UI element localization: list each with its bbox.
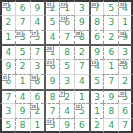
cage-sum-label: 32 [119, 91, 126, 97]
cell-digit: 5 [64, 62, 70, 71]
cell-r7c4[interactable]: 8 [44, 89, 59, 104]
cell-r3c9[interactable]: 189 [118, 30, 133, 45]
cell-digit: 7 [35, 48, 41, 57]
cell-digit: 4 [35, 18, 41, 27]
cell-digit: 4 [50, 33, 56, 42]
cell-digit: 7 [108, 77, 114, 86]
cell-digit: 1 [108, 62, 114, 71]
cell-r7c2[interactable]: 4 [15, 89, 30, 104]
cell-r5c6[interactable]: 7 [74, 59, 89, 74]
cell-digit: 3 [64, 77, 70, 86]
cell-digit: 2 [6, 18, 12, 27]
cell-r3c1[interactable]: 1 [0, 30, 15, 45]
cell-digit: 8 [20, 121, 26, 130]
cell-r9c9[interactable]: 7 [118, 118, 133, 133]
cell-r7c3[interactable]: 6 [30, 89, 45, 104]
cell-r6c3[interactable]: 188 [30, 74, 45, 89]
cage-sum-label: 13 [60, 16, 67, 22]
cell-r7c7[interactable]: 3 [89, 89, 104, 104]
cell-digit: 8 [64, 48, 70, 57]
cell-digit: 9 [20, 107, 26, 116]
cell-r5c9[interactable]: 268 [118, 59, 133, 74]
cage-sum-label: 11 [46, 2, 53, 8]
cell-r9c4[interactable]: 123 [44, 118, 59, 133]
cell-r9c8[interactable]: 4 [103, 118, 118, 133]
cell-r6c2[interactable]: 1 [15, 74, 30, 89]
cell-digit: 9 [108, 93, 114, 102]
cell-digit: 6 [35, 93, 41, 102]
cell-r8c2[interactable]: 9 [15, 103, 30, 118]
cell-r1c1[interactable]: 378 [0, 0, 15, 15]
cage-sum-label: 25 [75, 31, 82, 37]
cell-digit: 2 [79, 48, 85, 57]
cell-r8c5[interactable]: 4 [59, 103, 74, 118]
cell-r7c1[interactable]: 7 [0, 89, 15, 104]
cage-sum-label: 31 [2, 75, 9, 81]
cell-r9c3[interactable]: 1 [30, 118, 45, 133]
cell-r5c8[interactable]: 1 [103, 59, 118, 74]
cell-r5c5[interactable]: 5 [59, 59, 74, 74]
cell-r3c6[interactable]: 258 [74, 30, 89, 45]
cell-digit: 1 [122, 18, 128, 27]
cell-r8c3[interactable]: 182 [30, 103, 45, 118]
cell-r3c5[interactable]: 7 [59, 30, 74, 45]
cell-r4c5[interactable]: 8 [59, 44, 74, 59]
cell-r4c9[interactable]: 3 [118, 44, 133, 59]
cell-digit: 8 [94, 18, 100, 27]
cell-digit: 8 [50, 93, 56, 102]
cell-digit: 4 [108, 121, 114, 130]
cell-r1c5[interactable]: 131 [59, 0, 74, 15]
cell-digit: 5 [108, 4, 114, 13]
cell-r2c4[interactable]: 5 [44, 15, 59, 30]
cell-r8c1[interactable]: 3 [0, 103, 15, 118]
cell-digit: 1 [94, 107, 100, 116]
cell-digit: 5 [50, 18, 56, 27]
cell-r6c5[interactable]: 3 [59, 74, 74, 89]
cell-digit: 6 [122, 107, 128, 116]
cell-r3c2[interactable]: 213 [15, 30, 30, 45]
cage-sum-label: 13 [60, 2, 67, 8]
cell-r5c3[interactable]: 3 [30, 59, 45, 74]
cell-digit: 9 [50, 77, 56, 86]
cell-r3c7[interactable]: 6 [89, 30, 104, 45]
cell-digit: 9 [6, 62, 12, 71]
cell-r6c8[interactable]: 7 [103, 74, 118, 89]
cage-sum-label: 23 [46, 60, 53, 66]
cell-digit: 1 [20, 77, 26, 86]
cell-r9c2[interactable]: 8 [15, 118, 30, 133]
cell-r8c4[interactable]: 7 [44, 103, 59, 118]
cell-digit: 9 [79, 18, 85, 27]
cell-digit: 5 [94, 77, 100, 86]
cell-r1c2[interactable]: 6 [15, 0, 30, 15]
cell-r7c8[interactable]: 9 [103, 89, 118, 104]
cell-r5c7[interactable]: 134 [89, 59, 104, 74]
cell-r1c6[interactable]: 3 [74, 0, 89, 15]
cell-r1c8[interactable]: 5 [103, 0, 118, 15]
cell-r1c7[interactable]: 207 [89, 0, 104, 15]
cell-digit: 4 [64, 107, 70, 116]
cell-r4c3[interactable]: 7 [30, 44, 45, 59]
cell-r6c6[interactable]: 4 [74, 74, 89, 89]
cage-sum-label: 21 [16, 31, 23, 37]
cell-digit: 7 [20, 18, 26, 27]
cell-r8c9[interactable]: 6 [118, 103, 133, 118]
cell-r2c7[interactable]: 8 [89, 15, 104, 30]
cell-digit: 7 [6, 93, 12, 102]
cell-digit: 7 [64, 33, 70, 42]
cell-r2c8[interactable]: 3 [103, 15, 118, 30]
cell-digit: 2 [108, 33, 114, 42]
cell-digit: 9 [94, 48, 100, 57]
cell-digit: 5 [6, 121, 12, 130]
cell-r5c1[interactable]: 9 [0, 59, 15, 74]
cell-digit: 8 [108, 107, 114, 116]
cell-r1c9[interactable]: 104 [118, 0, 133, 15]
cell-r9c1[interactable]: 5 [0, 118, 15, 133]
cell-r1c3[interactable]: 9 [30, 0, 45, 15]
cell-r6c9[interactable]: 2 [118, 74, 133, 89]
cell-digit: 3 [122, 48, 128, 57]
cell-digit: 2 [122, 77, 128, 86]
cell-r4c2[interactable]: 5 [15, 44, 30, 59]
cage-sum-label: 28 [46, 46, 53, 52]
cell-digit: 1 [79, 93, 85, 102]
cell-digit: 3 [94, 93, 100, 102]
cell-digit: 1 [6, 33, 12, 42]
cell-r6c4[interactable]: 9 [44, 74, 59, 89]
cell-r5c2[interactable]: 2 [15, 59, 30, 74]
cell-digit: 3 [35, 62, 41, 71]
cell-digit: 6 [94, 33, 100, 42]
cage-sum-label: 20 [91, 2, 98, 8]
cell-r3c8[interactable]: 2 [103, 30, 118, 45]
cage-sum-label: 18 [119, 31, 126, 37]
cell-digit: 4 [79, 77, 85, 86]
cage-sum-label: 17 [31, 31, 38, 37]
cage-sum-label: 12 [46, 119, 53, 125]
cell-r4c8[interactable]: 6 [103, 44, 118, 59]
cell-digit: 3 [79, 4, 85, 13]
cell-digit: 3 [108, 18, 114, 27]
cell-digit: 7 [79, 62, 85, 71]
cell-r2c5[interactable]: 136 [59, 15, 74, 30]
cell-digit: 7 [50, 107, 56, 116]
cage-sum-label: 10 [119, 2, 126, 8]
killer-sudoku-board: 3786911213132075104274513698311213175472… [0, 0, 133, 133]
cell-r7c9[interactable]: 325 [118, 89, 133, 104]
cage-sum-label: 26 [119, 60, 126, 66]
cage-sum-label: 37 [2, 2, 9, 8]
cell-r3c4[interactable]: 4 [44, 30, 59, 45]
cell-r4c7[interactable]: 9 [89, 44, 104, 59]
cell-r2c1[interactable]: 2 [0, 15, 15, 30]
cell-digit: 3 [6, 107, 12, 116]
cell-digit: 1 [35, 121, 41, 130]
cell-digit: 4 [20, 93, 26, 102]
cell-r2c6[interactable]: 9 [74, 15, 89, 30]
cell-digit: 6 [79, 121, 85, 130]
cell-r1c4[interactable]: 112 [44, 0, 59, 15]
cell-r8c6[interactable]: 125 [74, 103, 89, 118]
cell-digit: 9 [64, 121, 70, 130]
cell-digit: 2 [94, 121, 100, 130]
cell-r6c7[interactable]: 5 [89, 74, 104, 89]
cell-digit: 5 [20, 48, 26, 57]
cell-r9c6[interactable]: 6 [74, 118, 89, 133]
cell-digit: 6 [108, 48, 114, 57]
cage-sum-label: 12 [75, 104, 82, 110]
cell-r4c1[interactable]: 4 [0, 44, 15, 59]
cell-r2c9[interactable]: 1 [118, 15, 133, 30]
cell-r9c7[interactable]: 2 [89, 118, 104, 133]
cell-digit: 7 [122, 121, 128, 130]
cell-r4c4[interactable]: 281 [44, 44, 59, 59]
cage-sum-label: 18 [31, 75, 38, 81]
cell-r5c4[interactable]: 236 [44, 59, 59, 74]
cell-digit: 2 [64, 93, 70, 102]
cell-r4c6[interactable]: 2 [74, 44, 89, 59]
cell-r9c5[interactable]: 9 [59, 118, 74, 133]
cage-sum-label: 7 [60, 91, 65, 97]
cell-r7c6[interactable]: 1 [74, 89, 89, 104]
cage-sum-label: 13 [91, 60, 98, 66]
cage-sum-label: 18 [31, 104, 38, 110]
cell-r7c5[interactable]: 72 [59, 89, 74, 104]
cell-digit: 9 [35, 4, 41, 13]
cell-r8c8[interactable]: 8 [103, 103, 118, 118]
cell-r3c3[interactable]: 175 [30, 30, 45, 45]
cell-r2c2[interactable]: 7 [15, 15, 30, 30]
cell-digit: 6 [20, 4, 26, 13]
cell-r2c3[interactable]: 4 [30, 15, 45, 30]
cell-r8c7[interactable]: 1 [89, 103, 104, 118]
cell-digit: 4 [6, 48, 12, 57]
cell-digit: 2 [20, 62, 26, 71]
cell-r6c1[interactable]: 316 [0, 74, 15, 89]
